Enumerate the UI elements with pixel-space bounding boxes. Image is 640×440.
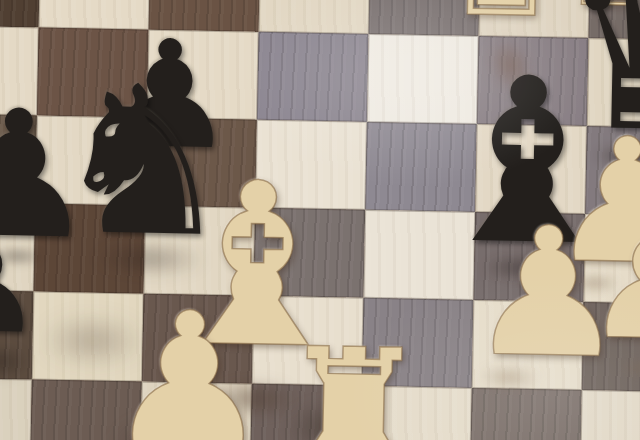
square-c4 xyxy=(32,292,144,382)
square-f8 xyxy=(369,0,481,36)
square-e6 xyxy=(255,120,367,210)
square-c6 xyxy=(35,116,147,206)
square-b8 xyxy=(0,0,40,28)
square-f7 xyxy=(367,34,479,124)
square-d7 xyxy=(147,30,259,120)
square-d5 xyxy=(144,206,256,296)
square-c3 xyxy=(30,379,142,440)
square-b5 xyxy=(0,201,35,291)
square-f5 xyxy=(364,210,476,300)
square-h4 xyxy=(582,302,640,392)
square-h6 xyxy=(585,126,640,216)
square-g6 xyxy=(475,124,587,214)
square-d6 xyxy=(145,118,257,208)
square-d3 xyxy=(140,382,252,440)
square-d8 xyxy=(149,0,261,32)
square-c5 xyxy=(34,204,146,294)
square-e3 xyxy=(250,384,362,440)
square-b6 xyxy=(0,113,37,203)
square-c8 xyxy=(39,0,151,30)
square-h5 xyxy=(583,214,640,304)
square-c7 xyxy=(37,28,149,118)
square-g4 xyxy=(472,300,584,390)
square-e7 xyxy=(257,32,369,122)
square-f6 xyxy=(365,122,477,212)
square-h7 xyxy=(587,38,640,128)
square-d4 xyxy=(142,294,254,384)
square-b4 xyxy=(0,289,34,379)
square-f3 xyxy=(360,386,472,440)
square-h8 xyxy=(589,0,640,40)
square-g7 xyxy=(477,36,589,126)
square-h3 xyxy=(580,390,640,440)
square-b3 xyxy=(0,377,32,440)
square-f4 xyxy=(362,298,474,388)
square-g5 xyxy=(473,212,585,302)
square-e5 xyxy=(254,208,366,298)
chess-board: ♟♟♞♟♝♛♝♟♜♟♟♚♜♟ xyxy=(0,0,640,440)
square-e8 xyxy=(259,0,371,34)
square-g8 xyxy=(479,0,591,38)
square-e4 xyxy=(252,296,364,386)
chessboard-photo: ♟♟♞♟♝♛♝♟♜♟♟♚♜♟ xyxy=(0,0,640,440)
square-g3 xyxy=(470,388,582,440)
square-b7 xyxy=(0,25,39,115)
